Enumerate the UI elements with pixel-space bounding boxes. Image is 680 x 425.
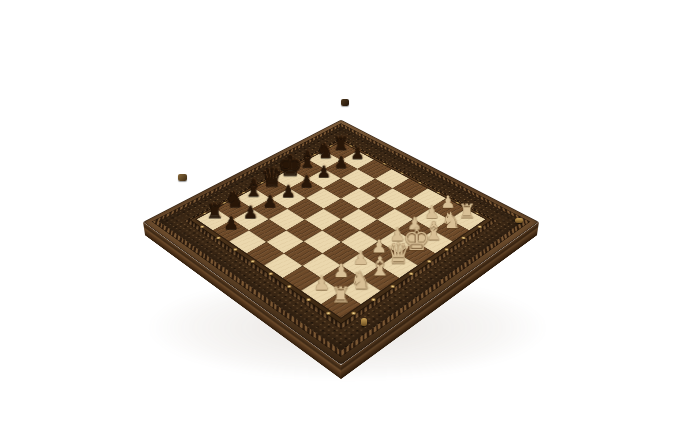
hinge-icon-left bbox=[178, 174, 187, 181]
latch-pin-icon-front bbox=[361, 318, 367, 326]
hinge-icon-far bbox=[341, 99, 349, 106]
chess-board: ♜♞♝♛♚♝♞♜♟♟♟♟♟♟♟♟♟♟♟♟♟♟♟♟♜♞♝♛♚♝♞♜ bbox=[143, 120, 539, 365]
latch-pin-icon-right bbox=[515, 218, 523, 223]
chess-board-scene: ♜♞♝♛♚♝♞♜♟♟♟♟♟♟♟♟♟♟♟♟♟♟♟♟♜♞♝♛♚♝♞♜ bbox=[201, 82, 481, 362]
product-photo: ♜♞♝♛♚♝♞♜♟♟♟♟♟♟♟♟♟♟♟♟♟♟♟♟♜♞♝♛♚♝♞♜ bbox=[0, 0, 680, 425]
